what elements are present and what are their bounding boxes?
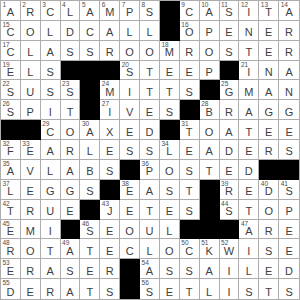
cell-r7c8[interactable]: D — [140, 120, 160, 140]
cell-r1c3[interactable]: 3C — [41, 1, 61, 21]
black-square-r11c5 — [80, 200, 100, 220]
cell-r10c15[interactable]: 41S — [279, 180, 299, 200]
cell-r13c6[interactable]: E — [100, 239, 120, 259]
cell-r2c10[interactable]: 16O — [180, 21, 200, 41]
black-square-r12c10 — [180, 220, 200, 240]
cell-r11c8[interactable]: T — [140, 200, 160, 220]
cell-r9c1[interactable]: 35A — [1, 160, 21, 180]
cell-r11c3[interactable]: U — [41, 200, 61, 220]
cell-letter: D — [239, 166, 258, 177]
cell-letter: V — [21, 166, 40, 177]
black-square-r11c11 — [200, 200, 220, 220]
cell-r5c13[interactable]: M — [239, 80, 259, 100]
cell-letter: L — [1, 186, 20, 197]
cell-letter: W — [220, 246, 239, 257]
cell-letter: L — [61, 7, 80, 18]
cell-r9c8[interactable]: 36P — [140, 160, 160, 180]
cell-r13c9[interactable]: O — [160, 239, 180, 259]
cell-letter: C — [1, 27, 20, 38]
cell-letter: E — [279, 246, 299, 257]
cell-r13c15[interactable]: E — [279, 239, 299, 259]
cell-r1c5[interactable]: 5A — [80, 1, 100, 21]
cell-r14c4[interactable]: S — [61, 259, 81, 279]
cell-r7c7[interactable]: E — [120, 120, 140, 140]
cell-r8c4[interactable]: R — [61, 140, 81, 160]
cell-r12c9[interactable]: L — [160, 220, 180, 240]
cell-r5c6[interactable]: 24M — [100, 80, 120, 100]
cell-r10c1[interactable]: 37L — [1, 180, 21, 200]
cell-r13c3[interactable]: T — [41, 239, 61, 259]
cell-r12c8[interactable]: U — [140, 220, 160, 240]
cell-letter: S — [279, 146, 299, 157]
cell-letter: S — [180, 87, 199, 98]
cell-r7c10[interactable]: 31T — [180, 120, 200, 140]
cell-r13c10[interactable]: 50C — [180, 239, 200, 259]
cell-r4c9[interactable]: E — [160, 61, 180, 81]
cell-letter: D — [279, 266, 299, 277]
black-square-r10c11 — [200, 180, 220, 200]
cell-letter: T — [200, 166, 219, 177]
cell-letter: L — [21, 67, 40, 78]
cell-r5c7[interactable]: I — [120, 80, 140, 100]
cell-r4c1[interactable]: 19E — [1, 61, 21, 81]
cell-r3c11[interactable]: O — [200, 41, 220, 61]
crossword-board: 1A2R3C4L5A6M7P8S9C10A11S12I13T14A15COLDC… — [0, 0, 300, 300]
cell-r12c2[interactable]: M — [21, 220, 41, 240]
cell-r15c15[interactable]: S — [279, 279, 299, 299]
cell-r3c13[interactable]: T — [239, 41, 259, 61]
cell-r8c2[interactable]: 33E — [21, 140, 41, 160]
cell-letter: T — [180, 186, 199, 197]
cell-r14c13[interactable]: L — [239, 259, 259, 279]
cell-r12c7[interactable]: O — [120, 220, 140, 240]
cell-r10c7[interactable]: 38E — [120, 180, 140, 200]
black-square-r14c7 — [120, 259, 140, 279]
cell-r15c4[interactable]: A — [61, 279, 81, 299]
cell-r15c13[interactable]: S — [239, 279, 259, 299]
cell-r6c3[interactable]: I — [41, 100, 61, 120]
cell-r5c3[interactable]: S — [41, 80, 61, 100]
cell-r3c14[interactable]: E — [259, 41, 279, 61]
cell-r5c1[interactable]: 22S — [1, 80, 21, 100]
cell-r1c10[interactable]: 9C — [180, 1, 200, 21]
cell-r7c11[interactable]: O — [200, 120, 220, 140]
cell-r7c3[interactable]: 29C — [41, 120, 61, 140]
cell-r9c2[interactable]: V — [21, 160, 41, 180]
cell-letter: S — [239, 287, 258, 298]
cell-r3c3[interactable]: A — [41, 41, 61, 61]
cell-r2c13[interactable]: N — [239, 21, 259, 41]
cell-r1c14[interactable]: 13T — [259, 1, 279, 21]
cell-letter: J — [100, 206, 119, 217]
cell-r12c6[interactable]: E — [100, 220, 120, 240]
cell-letter: A — [239, 226, 258, 237]
cell-letter: R — [21, 7, 40, 18]
cell-r11c2[interactable]: R — [21, 200, 41, 220]
black-square-r12c11 — [200, 220, 220, 240]
black-square-r2c9 — [160, 21, 180, 41]
cell-r13c1[interactable]: 48R — [1, 239, 21, 259]
cell-r14c3[interactable]: A — [41, 259, 61, 279]
cell-r6c1[interactable]: 26S — [1, 100, 21, 120]
cell-r6c8[interactable]: E — [140, 100, 160, 120]
cell-letter: T — [80, 246, 99, 257]
cell-r9c3[interactable]: L — [41, 160, 61, 180]
cell-letter: E — [100, 246, 119, 257]
cell-letter: E — [100, 226, 119, 237]
black-square-r10c6 — [100, 180, 120, 200]
cell-r1c6[interactable]: 6M — [100, 1, 120, 21]
cell-r11c6[interactable]: 43J — [100, 200, 120, 220]
cell-letter: R — [220, 186, 239, 197]
cell-letter: L — [160, 146, 179, 157]
cell-r7c15[interactable]: E — [279, 120, 299, 140]
cell-r1c11[interactable]: 10A — [200, 1, 220, 21]
cell-r8c7[interactable]: S — [120, 140, 140, 160]
cell-letter: T — [160, 87, 179, 98]
cell-r14c12[interactable]: I — [220, 259, 240, 279]
cell-letter: T — [41, 246, 60, 257]
cell-r8c8[interactable]: S — [140, 140, 160, 160]
cell-letter: E — [120, 186, 139, 197]
cell-letter: R — [100, 266, 119, 277]
cell-r9c6[interactable]: S — [100, 160, 120, 180]
cell-r10c4[interactable]: G — [61, 180, 81, 200]
cell-r15c12[interactable]: I — [220, 279, 240, 299]
cell-letter: I — [239, 7, 258, 18]
cell-letter: T — [1, 206, 20, 217]
cell-letter: L — [140, 246, 159, 257]
cell-letter: G — [279, 107, 299, 118]
cell-letter: K — [200, 246, 219, 257]
cell-r13c11[interactable]: 51K — [200, 239, 220, 259]
cell-letter: E — [120, 127, 139, 138]
cell-r15c3[interactable]: R — [41, 279, 61, 299]
cell-r6c12[interactable]: R — [220, 100, 240, 120]
cell-letter: A — [41, 266, 60, 277]
cell-r15c11[interactable]: L — [200, 279, 220, 299]
black-square-r7c9 — [160, 120, 180, 140]
cell-letter: B — [200, 107, 219, 118]
cell-r12c1[interactable]: 45E — [1, 220, 21, 240]
cell-r8c15[interactable]: S — [279, 140, 299, 160]
cell-r1c4[interactable]: 4L — [61, 1, 81, 21]
cell-letter: S — [220, 7, 239, 18]
cell-letter: O — [160, 166, 179, 177]
cell-r5c10[interactable]: S — [180, 80, 200, 100]
cell-r1c8[interactable]: 8S — [140, 1, 160, 21]
cell-r9c10[interactable]: S — [180, 160, 200, 180]
cell-r8c5[interactable]: L — [80, 140, 100, 160]
cell-r15c5[interactable]: T — [80, 279, 100, 299]
cell-r13c4[interactable]: 49A — [61, 239, 81, 259]
cell-r14c5[interactable]: E — [80, 259, 100, 279]
cell-letter: S — [100, 287, 119, 298]
cell-r3c1[interactable]: 17C — [1, 41, 21, 61]
cell-r8c9[interactable]: 34L — [160, 140, 180, 160]
cell-r11c15[interactable]: P — [279, 200, 299, 220]
cell-r2c2[interactable]: O — [21, 21, 41, 41]
cell-r13c7[interactable]: C — [120, 239, 140, 259]
cell-letter: A — [80, 127, 99, 138]
cell-r6c6[interactable]: 27I — [100, 100, 120, 120]
cell-r2c3[interactable]: L — [41, 21, 61, 41]
cell-r1c2[interactable]: 2R — [21, 1, 41, 21]
cell-r8c3[interactable]: A — [41, 140, 61, 160]
cell-r12c3[interactable]: I — [41, 220, 61, 240]
cell-letter: A — [200, 266, 219, 277]
cell-r6c15[interactable]: G — [279, 100, 299, 120]
cell-r10c3[interactable]: G — [41, 180, 61, 200]
cell-r11c14[interactable]: O — [259, 200, 279, 220]
cell-r11c12[interactable]: 44S — [220, 200, 240, 220]
cell-r13c2[interactable]: O — [21, 239, 41, 259]
cell-r8c13[interactable]: E — [239, 140, 259, 160]
cell-r7c4[interactable]: O — [61, 120, 81, 140]
cell-r3c6[interactable]: R — [100, 41, 120, 61]
cell-r10c8[interactable]: A — [140, 180, 160, 200]
cell-r2c5[interactable]: C — [80, 21, 100, 41]
cell-r6c7[interactable]: V — [120, 100, 140, 120]
cell-r11c1[interactable]: 42T — [1, 200, 21, 220]
cell-letter: I — [220, 287, 239, 298]
cell-letter: A — [41, 47, 60, 58]
cell-letter: E — [160, 287, 179, 298]
cell-letter: S — [259, 246, 278, 257]
cell-r4c2[interactable]: L — [21, 61, 41, 81]
cell-letter: G — [41, 186, 60, 197]
cell-letter: O — [21, 27, 40, 38]
cell-r6c13[interactable]: A — [239, 100, 259, 120]
cell-letter: A — [61, 287, 80, 298]
cell-r13c13[interactable]: I — [239, 239, 259, 259]
cell-r7c12[interactable]: A — [220, 120, 240, 140]
cell-r8c11[interactable]: A — [200, 140, 220, 160]
cell-letter: R — [1, 246, 20, 257]
cell-r2c12[interactable]: E — [220, 21, 240, 41]
cell-r2c11[interactable]: P — [200, 21, 220, 41]
cell-r14c10[interactable]: S — [180, 259, 200, 279]
cell-r5c9[interactable]: T — [160, 80, 180, 100]
cell-r15c14[interactable]: T — [259, 279, 279, 299]
cell-r14c15[interactable]: D — [279, 259, 299, 279]
cell-letter: S — [120, 146, 139, 157]
cell-letter: E — [21, 287, 40, 298]
cell-r14c1[interactable]: 53E — [1, 259, 21, 279]
cell-r13c14[interactable]: S — [259, 239, 279, 259]
cell-letter: S — [180, 266, 199, 277]
cell-r7c14[interactable]: E — [259, 120, 279, 140]
cell-r10c13[interactable]: E — [239, 180, 259, 200]
cell-letter: O — [140, 47, 159, 58]
cell-r11c4[interactable]: E — [61, 200, 81, 220]
cell-r9c9[interactable]: O — [160, 160, 180, 180]
cell-r4c3[interactable]: S — [41, 61, 61, 81]
cell-r4c8[interactable]: T — [140, 61, 160, 81]
cell-r9c13[interactable]: D — [239, 160, 259, 180]
cell-r14c9[interactable]: S — [160, 259, 180, 279]
cell-r8c6[interactable]: E — [100, 140, 120, 160]
cell-r6c2[interactable]: P — [21, 100, 41, 120]
cell-r9c4[interactable]: A — [61, 160, 81, 180]
cell-letter: O — [21, 246, 40, 257]
cell-r4c10[interactable]: E — [180, 61, 200, 81]
cell-r2c8[interactable]: L — [140, 21, 160, 41]
cell-r4c14[interactable]: N — [259, 61, 279, 81]
cell-r6c14[interactable]: G — [259, 100, 279, 120]
cell-r2c7[interactable]: L — [120, 21, 140, 41]
cell-r15c2[interactable]: E — [21, 279, 41, 299]
cell-letter: A — [279, 67, 299, 78]
cell-letter: R — [279, 47, 299, 58]
cell-r5c12[interactable]: 25G — [220, 80, 240, 100]
cell-r10c10[interactable]: T — [180, 180, 200, 200]
cell-letter: L — [41, 27, 60, 38]
cell-letter: E — [21, 146, 40, 157]
cell-r7c13[interactable]: T — [239, 120, 259, 140]
cell-r4c7[interactable]: 20S — [120, 61, 140, 81]
cell-r5c2[interactable]: U — [21, 80, 41, 100]
cell-letter: D — [1, 287, 20, 298]
cell-r3c2[interactable]: L — [21, 41, 41, 61]
cell-r3c8[interactable]: O — [140, 41, 160, 61]
cell-r3c15[interactable]: R — [279, 41, 299, 61]
cell-r1c7[interactable]: 7P — [120, 1, 140, 21]
cell-r4c15[interactable]: A — [279, 61, 299, 81]
cell-r10c9[interactable]: S — [160, 180, 180, 200]
cell-r5c15[interactable]: N — [279, 80, 299, 100]
cell-r14c11[interactable]: A — [200, 259, 220, 279]
cell-r15c6[interactable]: S — [100, 279, 120, 299]
cell-r3c10[interactable]: R — [180, 41, 200, 61]
cell-r9c12[interactable]: E — [220, 160, 240, 180]
cell-r6c9[interactable]: S — [160, 100, 180, 120]
cell-r4c11[interactable]: P — [200, 61, 220, 81]
cell-r2c6[interactable]: A — [100, 21, 120, 41]
cell-r3c12[interactable]: S — [220, 41, 240, 61]
cell-r10c14[interactable]: 40D — [259, 180, 279, 200]
cell-letter: S — [160, 186, 179, 197]
cell-letter: I — [239, 67, 258, 78]
cell-r9c11[interactable]: T — [200, 160, 220, 180]
cell-letter: E — [180, 67, 199, 78]
cell-r5c4[interactable]: 23S — [61, 80, 81, 100]
black-square-r15c7 — [120, 279, 140, 299]
cell-r6c11[interactable]: 28B — [200, 100, 220, 120]
cell-r11c7[interactable]: E — [120, 200, 140, 220]
cell-r1c12[interactable]: 11S — [220, 1, 240, 21]
cell-letter: T — [259, 7, 278, 18]
cell-r7c5[interactable]: 30A — [80, 120, 100, 140]
cell-letter: E — [279, 226, 299, 237]
cell-r3c5[interactable]: S — [80, 41, 100, 61]
cell-r8c1[interactable]: 32F — [1, 140, 21, 160]
cell-letter: R — [279, 27, 299, 38]
cell-r8c14[interactable]: R — [259, 140, 279, 160]
cell-r11c10[interactable]: S — [180, 200, 200, 220]
cell-r8c12[interactable]: D — [220, 140, 240, 160]
cell-letter: E — [80, 266, 99, 277]
cell-r13c5[interactable]: T — [80, 239, 100, 259]
cell-r5c8[interactable]: T — [140, 80, 160, 100]
cell-r10c2[interactable]: E — [21, 180, 41, 200]
cell-r15c9[interactable]: E — [160, 279, 180, 299]
cell-letter: S — [160, 107, 179, 118]
cell-letter: M — [21, 226, 40, 237]
cell-r15c1[interactable]: 55D — [1, 279, 21, 299]
cell-letter: D — [61, 27, 80, 38]
cell-r7c6[interactable]: X — [100, 120, 120, 140]
cell-r3c7[interactable]: O — [120, 41, 140, 61]
cell-r1c15[interactable]: 14A — [279, 1, 299, 21]
cell-r11c13[interactable]: T — [239, 200, 259, 220]
cell-r9c5[interactable]: B — [80, 160, 100, 180]
cell-r14c2[interactable]: R — [21, 259, 41, 279]
cell-r14c14[interactable]: E — [259, 259, 279, 279]
cell-r1c1[interactable]: 1A — [1, 1, 21, 21]
cell-r5c14[interactable]: A — [259, 80, 279, 100]
cell-letter: E — [100, 146, 119, 157]
cell-r15c10[interactable]: T — [180, 279, 200, 299]
cell-r13c12[interactable]: 52W — [220, 239, 240, 259]
cell-r4c13[interactable]: 21I — [239, 61, 259, 81]
cell-letter: N — [259, 67, 278, 78]
cell-letter: S — [41, 67, 60, 78]
cell-r12c5[interactable]: 46S — [80, 220, 100, 240]
cell-r2c4[interactable]: D — [61, 21, 81, 41]
cell-letter: D — [259, 186, 278, 197]
cell-letter: E — [239, 146, 258, 157]
cell-letter: T — [61, 107, 80, 118]
cell-r14c6[interactable]: R — [100, 259, 120, 279]
cell-letter: S — [80, 47, 99, 58]
cell-r3c9[interactable]: 18M — [160, 41, 180, 61]
cell-r14c8[interactable]: 54A — [140, 259, 160, 279]
cell-r15c8[interactable]: 56S — [140, 279, 160, 299]
cell-r8c10[interactable]: E — [180, 140, 200, 160]
black-square-r5c11 — [200, 80, 220, 100]
cell-letter: L — [41, 166, 60, 177]
cell-r10c12[interactable]: 39R — [220, 180, 240, 200]
cell-r1c13[interactable]: 12I — [239, 1, 259, 21]
cell-r13c8[interactable]: L — [140, 239, 160, 259]
cell-r2c15[interactable]: R — [279, 21, 299, 41]
cell-r2c14[interactable]: E — [259, 21, 279, 41]
cell-letter: U — [21, 87, 40, 98]
cell-letter: T — [259, 287, 278, 298]
black-square-r4c4 — [61, 61, 81, 81]
cell-letter: E — [259, 27, 278, 38]
cell-letter: C — [1, 47, 20, 58]
cell-letter: D — [140, 127, 159, 138]
cell-letter: A — [80, 7, 99, 18]
cell-r12c15[interactable]: E — [279, 220, 299, 240]
cell-r12c14[interactable]: R — [259, 220, 279, 240]
cell-letter: N — [279, 87, 299, 98]
cell-letter: D — [220, 146, 239, 157]
cell-letter: A — [1, 7, 20, 18]
cell-r2c1[interactable]: 15C — [1, 21, 21, 41]
cell-letter: C — [41, 7, 60, 18]
cell-r10c5[interactable]: S — [80, 180, 100, 200]
cell-r3c4[interactable]: S — [61, 41, 81, 61]
cell-letter: R — [100, 47, 119, 58]
cell-r12c13[interactable]: 47A — [239, 220, 259, 240]
cell-r11c9[interactable]: E — [160, 200, 180, 220]
cell-letter: C — [80, 27, 99, 38]
black-square-r4c6 — [100, 61, 120, 81]
cell-r6c4[interactable]: T — [61, 100, 81, 120]
